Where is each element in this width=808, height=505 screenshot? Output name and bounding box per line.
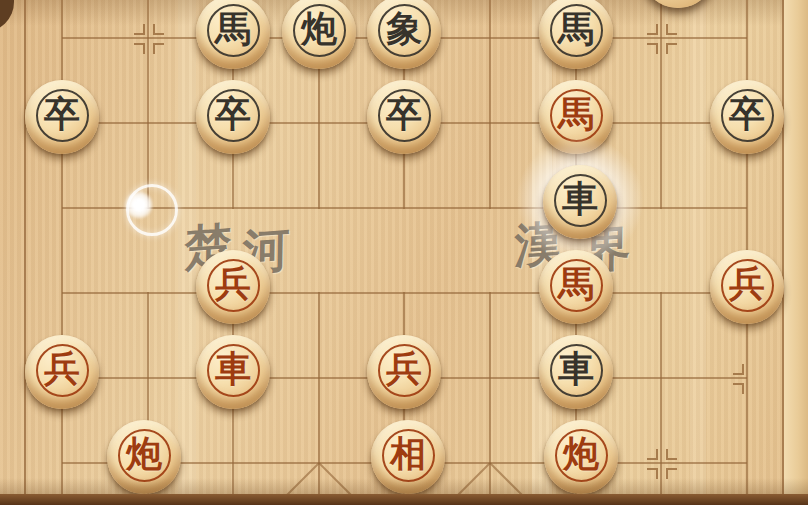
piece-glyph: 車	[539, 332, 613, 406]
piece-red-horse-f6r5[interactable]: 馬	[539, 250, 613, 324]
piece-red-soldier-f4r6[interactable]: 兵	[367, 335, 441, 409]
board-edge-band	[0, 494, 808, 505]
point-marker-corner	[647, 449, 658, 460]
point-marker-corner	[153, 43, 164, 54]
xiangqi-board: 楚河漢界 馬炮象馬卒卒卒馬卒車兵馬兵兵車兵車炮相炮	[0, 0, 808, 505]
piece-black-soldier-f4r3[interactable]: 卒	[367, 80, 441, 154]
board-left-border	[24, 0, 26, 494]
piece-glyph: 車	[196, 332, 270, 406]
piece-red-soldier-f2r5[interactable]: 兵	[196, 250, 270, 324]
piece-black-soldier-f8r3[interactable]: 卒	[710, 80, 784, 154]
piece-black-soldier-f2r3[interactable]: 卒	[196, 80, 270, 154]
piece-glyph: 車	[543, 162, 617, 236]
piece-black-chariot-f6r4[interactable]: 車	[543, 165, 617, 239]
touch-cursor-glow	[125, 191, 153, 219]
piece-glyph: 馬	[539, 247, 613, 321]
grid-rank-line	[62, 292, 747, 294]
piece-glyph: 兵	[25, 332, 99, 406]
piece-black-soldier-f0r3[interactable]: 卒	[25, 80, 99, 154]
piece-glyph: 兵	[710, 247, 784, 321]
grid-file-line-top	[147, 0, 149, 209]
piece-glyph: 卒	[710, 77, 784, 151]
point-marker-corner	[647, 43, 658, 54]
piece-glyph: 炮	[282, 0, 356, 66]
point-marker-corner	[666, 24, 677, 35]
piece-glyph: 馬	[539, 0, 613, 66]
point-marker-corner	[153, 24, 164, 35]
piece-black-chariot-f6r6[interactable]: 車	[539, 335, 613, 409]
point-marker-corner	[134, 24, 145, 35]
grid-file-line	[61, 0, 63, 494]
piece-red-chariot-f2r6[interactable]: 車	[196, 335, 270, 409]
point-marker-corner	[647, 24, 658, 35]
piece-black-horse-f6r2[interactable]: 馬	[539, 0, 613, 69]
point-marker-corner	[666, 449, 677, 460]
piece-red-soldier-f8r5[interactable]: 兵	[710, 250, 784, 324]
piece-black-elephant-f4r2[interactable]: 象	[367, 0, 441, 69]
point-marker-corner	[733, 364, 744, 375]
piece-glyph: 馬	[196, 0, 270, 66]
piece-red-soldier-f0r6[interactable]: 兵	[25, 335, 99, 409]
grid-file-line-top	[489, 0, 491, 209]
piece-glyph: 兵	[196, 247, 270, 321]
point-marker-corner	[733, 383, 744, 394]
piece-glyph: 卒	[25, 77, 99, 151]
piece-glyph: 象	[367, 0, 441, 66]
piece-glyph: 卒	[367, 77, 441, 151]
piece-black-horse-f2r2[interactable]: 馬	[196, 0, 270, 69]
piece-glyph: 兵	[367, 332, 441, 406]
point-marker-corner	[666, 43, 677, 54]
board-right-edge	[784, 0, 808, 505]
piece-glyph: 卒	[196, 77, 270, 151]
grid-file-line-top	[660, 0, 662, 209]
point-marker-corner	[134, 43, 145, 54]
bottom-shadow	[0, 478, 808, 494]
piece-black-cannon-f3r2[interactable]: 炮	[282, 0, 356, 69]
